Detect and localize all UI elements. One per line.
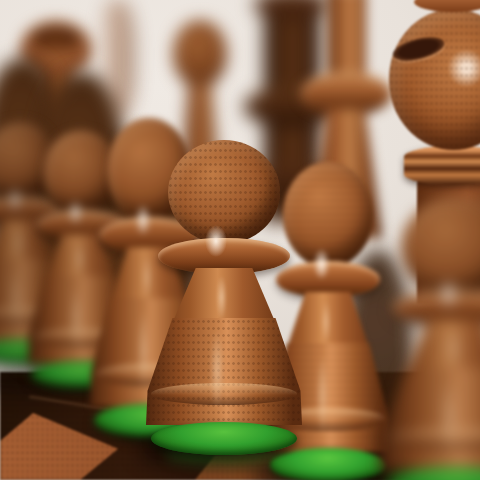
pawn-2-neck-spec — [76, 241, 83, 277]
bishop-right-ball — [389, 9, 480, 149]
pawn-4-focus-bell — [146, 318, 302, 425]
pawn-4-focus-head-spec — [205, 225, 227, 257]
pawn-6-foreground-neck-spec — [448, 327, 459, 369]
pawn-4-focus-neck-spec — [216, 275, 227, 319]
pawn-1-head-spec — [8, 187, 22, 211]
pawn-1-neck-spec — [15, 226, 22, 260]
pawn-6-foreground-bell-spec — [442, 378, 456, 456]
bishop-right-brings — [404, 146, 480, 185]
pawn-4-focus-head — [168, 140, 280, 244]
chess-macro-scene — [0, 0, 480, 480]
pawn-4-focus-felt — [151, 422, 298, 455]
pawn-6-foreground-neck — [380, 320, 480, 373]
pawn-4-focus-bell-spec — [210, 329, 224, 411]
pawn-6-foreground-head-spec — [438, 279, 459, 309]
piece-layer — [0, 0, 480, 480]
pawn-6-foreground-bell — [380, 368, 480, 470]
bishop-right-bcollar — [414, 0, 480, 12]
pawn-6-foreground — [380, 198, 480, 480]
pawn-5-bell-spec — [317, 354, 328, 437]
pawn-4-focus — [146, 140, 302, 455]
pawn-1-bell-spec — [11, 267, 20, 330]
pawn-4-focus-bring — [151, 383, 298, 405]
pawn-back-center-head — [173, 20, 227, 88]
pawn-2-bell-spec — [71, 285, 81, 352]
